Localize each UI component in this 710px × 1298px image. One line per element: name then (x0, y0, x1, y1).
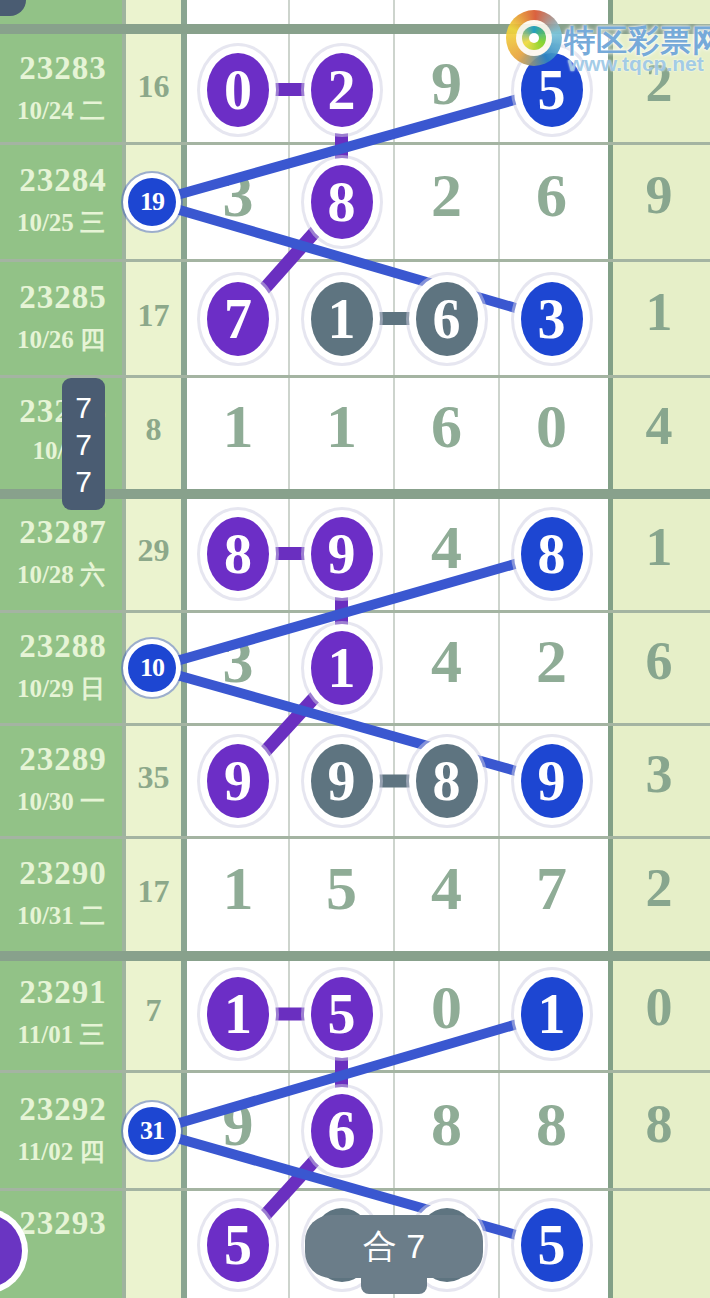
digit-circle-purple: 5 (207, 1208, 269, 1282)
miss-count-circle: 10 (128, 644, 176, 692)
digit-circle-purple: 9 (311, 517, 373, 591)
digit-circle-gray: 9 (311, 744, 373, 818)
digit-circle-purple: 2 (311, 53, 373, 127)
badge-digit: 7 (75, 426, 92, 463)
badge-digit: 7 (75, 463, 92, 500)
digit-circle-blue: 1 (521, 977, 583, 1051)
digit-circle-gray: 8 (416, 744, 478, 818)
digit-circle-blue: 9 (521, 744, 583, 818)
digit-circle-purple: 1 (207, 977, 269, 1051)
digit-circle-purple: 5 (311, 977, 373, 1051)
digit-circle-purple: 1 (311, 631, 373, 705)
digit-circle-purple: 7 (207, 282, 269, 356)
digit-circle-purple: 6 (311, 1094, 373, 1168)
digit-circle-blue: 5 (521, 1208, 583, 1282)
badge-digit: 7 (75, 389, 92, 426)
trend-chart-board: 2328310/24 二16922328410/25 三32692328510/… (0, 0, 710, 1298)
digit-circle-purple: 8 (207, 517, 269, 591)
digit-circle-blue: 3 (521, 282, 583, 356)
digit-circle-purple: 9 (207, 744, 269, 818)
triple-seven-badge: 777 (62, 378, 105, 510)
sum-pill-label: 合 7 (363, 1224, 425, 1270)
digit-circle-blue: 5 (521, 53, 583, 127)
digit-circle-blue: 8 (521, 517, 583, 591)
digit-circle-purple: 8 (311, 165, 373, 239)
digit-circle-purple: 0 (207, 53, 269, 127)
digit-circle-gray: 6 (416, 282, 478, 356)
miss-count-circle: 31 (128, 1107, 176, 1155)
digit-circle-gray: 1 (311, 282, 373, 356)
miss-count-circle: 19 (128, 178, 176, 226)
sum-pill: 合 7 (305, 1215, 483, 1278)
